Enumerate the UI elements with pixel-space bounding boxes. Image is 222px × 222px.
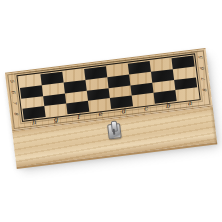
files-label: d: [120, 107, 125, 114]
ranks-right-label: 6: [200, 67, 205, 71]
files-label: g: [53, 116, 58, 123]
ranks-left-label: 5: [9, 79, 14, 83]
files-label: b: [165, 102, 170, 109]
ranks-left-label: 8: [13, 111, 18, 115]
ranks-right-label: 7: [201, 77, 206, 81]
files-label: a: [187, 99, 192, 106]
ranks-left-label: 6: [10, 90, 15, 94]
ranks-right-label: 8: [202, 88, 207, 92]
files-label: h: [31, 118, 36, 125]
product-photo: 5678 5678 hgfedcba: [0, 0, 222, 222]
chess-box: 5678 5678 hgfedcba: [5, 48, 217, 167]
clasp-icon: [105, 120, 122, 139]
files-label: e: [98, 110, 103, 117]
files-label: f: [76, 113, 79, 120]
ranks-right-label: 5: [198, 56, 203, 60]
files-label: c: [143, 105, 148, 112]
ranks-left-label: 7: [12, 101, 17, 105]
